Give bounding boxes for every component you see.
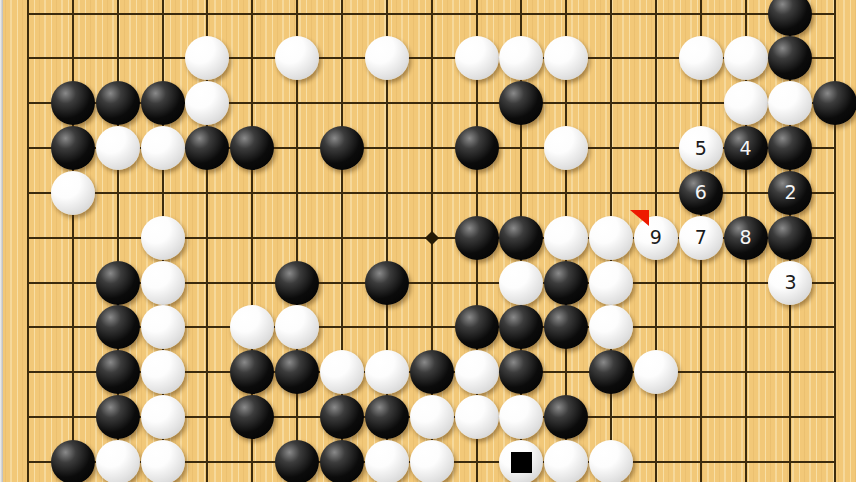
stone-white[interactable] (275, 36, 319, 80)
stone-black[interactable]: 4 (724, 126, 768, 170)
stone-white[interactable] (230, 305, 274, 349)
stone-white[interactable] (275, 305, 319, 349)
square-marker-icon (511, 452, 532, 473)
stone-black[interactable] (320, 126, 364, 170)
stone-white[interactable] (634, 350, 678, 394)
stone-black[interactable] (589, 350, 633, 394)
stone-black[interactable] (320, 395, 364, 439)
stone-black[interactable] (96, 305, 140, 349)
stone-white[interactable]: 3 (768, 261, 812, 305)
stone-white[interactable] (141, 305, 185, 349)
stone-black[interactable] (499, 81, 543, 125)
stone-white[interactable] (141, 216, 185, 260)
stone-white[interactable] (455, 36, 499, 80)
stone-black[interactable] (768, 36, 812, 80)
stone-black[interactable]: 6 (679, 171, 723, 215)
stone-white[interactable]: 7 (679, 216, 723, 260)
left-edge-artifact (0, 0, 3, 482)
stone-black[interactable]: 8 (724, 216, 768, 260)
stone-white[interactable] (410, 395, 454, 439)
stone-black[interactable] (230, 350, 274, 394)
stone-white[interactable] (589, 305, 633, 349)
stone-black[interactable] (320, 440, 364, 482)
stone-black[interactable] (455, 216, 499, 260)
stone-white[interactable] (499, 440, 543, 482)
stone-white[interactable] (365, 440, 409, 482)
stone-black[interactable] (768, 0, 812, 36)
stone-black[interactable] (768, 126, 812, 170)
stone-white[interactable] (544, 36, 588, 80)
stone-black[interactable] (544, 261, 588, 305)
move-number-label: 9 (650, 228, 662, 247)
stone-black[interactable] (51, 126, 95, 170)
move-number-label: 3 (784, 273, 796, 292)
stone-white[interactable] (679, 36, 723, 80)
stone-black[interactable] (96, 81, 140, 125)
stone-black[interactable] (230, 126, 274, 170)
stone-white[interactable] (724, 81, 768, 125)
move-number-label: 5 (695, 139, 707, 158)
move-number-label: 6 (695, 183, 707, 202)
stone-white[interactable] (365, 350, 409, 394)
stone-white[interactable] (185, 81, 229, 125)
stone-white[interactable] (499, 395, 543, 439)
stone-black[interactable] (768, 216, 812, 260)
stone-white[interactable] (141, 440, 185, 482)
stone-black[interactable] (365, 261, 409, 305)
stone-white[interactable] (320, 350, 364, 394)
stone-black[interactable] (544, 395, 588, 439)
grid-line-horizontal (27, 13, 836, 15)
stone-black[interactable] (141, 81, 185, 125)
grid-line-vertical (27, 0, 29, 482)
stone-black[interactable] (455, 126, 499, 170)
go-board[interactable]: 54629783 (0, 0, 856, 482)
stone-black[interactable] (275, 261, 319, 305)
stone-white[interactable] (51, 171, 95, 215)
stone-white[interactable] (410, 440, 454, 482)
stone-black[interactable] (185, 126, 229, 170)
move-number-label: 4 (740, 139, 752, 158)
stone-white[interactable] (499, 36, 543, 80)
stone-white[interactable] (96, 440, 140, 482)
stone-white[interactable] (141, 395, 185, 439)
stone-white[interactable] (96, 126, 140, 170)
stone-white[interactable] (544, 126, 588, 170)
stone-white[interactable] (544, 440, 588, 482)
stone-white[interactable] (499, 261, 543, 305)
stone-white[interactable] (455, 350, 499, 394)
stone-black[interactable] (230, 395, 274, 439)
stone-white[interactable] (365, 36, 409, 80)
stone-black[interactable] (455, 305, 499, 349)
grid-line-vertical (834, 0, 836, 482)
stone-white[interactable] (768, 81, 812, 125)
stone-black[interactable] (275, 440, 319, 482)
grid-line-vertical (72, 0, 74, 482)
stone-white[interactable]: 5 (679, 126, 723, 170)
stone-white[interactable] (455, 395, 499, 439)
stone-black[interactable] (544, 305, 588, 349)
stone-white[interactable] (141, 261, 185, 305)
stone-white[interactable]: 9 (634, 216, 678, 260)
stone-white[interactable] (589, 261, 633, 305)
stone-white[interactable] (724, 36, 768, 80)
stone-black[interactable] (96, 261, 140, 305)
stone-black[interactable] (96, 395, 140, 439)
stone-white[interactable] (141, 350, 185, 394)
stone-black[interactable] (365, 395, 409, 439)
move-number-label: 2 (784, 183, 796, 202)
stone-white[interactable] (185, 36, 229, 80)
star-point (425, 231, 439, 245)
stone-white[interactable] (589, 440, 633, 482)
stone-black[interactable] (51, 81, 95, 125)
move-number-label: 8 (740, 228, 752, 247)
stone-black[interactable] (499, 216, 543, 260)
stone-black[interactable] (813, 81, 856, 125)
stone-black[interactable] (499, 305, 543, 349)
stone-black[interactable] (275, 350, 319, 394)
stone-black[interactable] (410, 350, 454, 394)
stone-white[interactable] (589, 216, 633, 260)
stone-black[interactable]: 2 (768, 171, 812, 215)
stone-black[interactable] (499, 350, 543, 394)
stone-black[interactable] (51, 440, 95, 482)
stone-black[interactable] (96, 350, 140, 394)
stone-white[interactable] (544, 216, 588, 260)
stone-white[interactable] (141, 126, 185, 170)
move-number-label: 7 (695, 228, 707, 247)
